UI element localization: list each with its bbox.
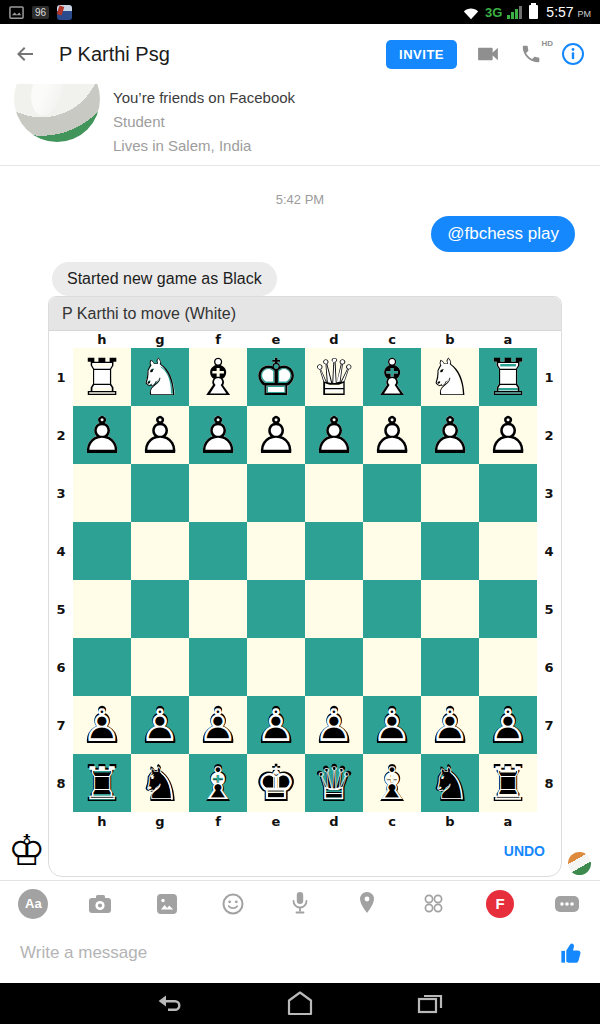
android-navbar	[0, 983, 600, 1024]
rank-label-6: 6	[537, 638, 561, 696]
text-style-button[interactable]: Aa	[18, 889, 48, 919]
square-a4	[479, 522, 537, 580]
square-a7: ♟♙	[479, 696, 537, 754]
rank-label-1: 1	[49, 348, 73, 406]
square-h3	[73, 464, 131, 522]
file-label-d: d	[305, 331, 363, 348]
info-icon[interactable]	[561, 42, 585, 66]
square-h7: ♟♙	[73, 696, 131, 754]
file-label-e: e	[247, 331, 305, 348]
square-c4	[363, 522, 421, 580]
rank-label-8: 8	[49, 754, 73, 812]
square-e8: ♚♔	[247, 754, 305, 812]
more-apps-icon[interactable]	[553, 893, 581, 915]
file-label-d: d	[305, 812, 363, 830]
contact-name[interactable]: P Karthi Psg	[59, 43, 170, 66]
rank-label-8: 8	[537, 754, 561, 812]
invite-button[interactable]: INVITE	[386, 40, 457, 69]
square-f8: ♝♗	[189, 754, 247, 812]
square-e4	[247, 522, 305, 580]
square-h8: ♜♖	[73, 754, 131, 812]
square-b4	[421, 522, 479, 580]
square-f2: ♟♙	[189, 406, 247, 464]
square-d1: ♛♕	[305, 348, 363, 406]
conversation-header: P Karthi Psg INVITE HD	[0, 24, 600, 84]
file-label-h: h	[73, 331, 131, 348]
undo-button[interactable]: UNDO	[504, 843, 545, 859]
square-f1: ♝♗	[189, 348, 247, 406]
game-card-footer: UNDO	[49, 830, 561, 876]
nav-recents-icon[interactable]	[414, 990, 446, 1016]
notification-badge: 96	[32, 6, 49, 19]
square-a8: ♜♖	[479, 754, 537, 812]
square-h1: ♜♖	[73, 348, 131, 406]
square-a2: ♟♙	[479, 406, 537, 464]
square-g8: ♞♘	[131, 754, 189, 812]
white-king-marker-icon: ♔	[8, 830, 46, 872]
message-composer: Write a message	[0, 926, 600, 983]
voice-call-icon[interactable]: HD	[520, 43, 542, 65]
square-c6	[363, 638, 421, 696]
square-f6	[189, 638, 247, 696]
rank-label-4: 4	[49, 522, 73, 580]
rank-label-3: 3	[49, 464, 73, 522]
file-label-f: f	[189, 331, 247, 348]
square-b3	[421, 464, 479, 522]
rank-label-7: 7	[49, 696, 73, 754]
chess-board: hgfedcba1♜♖♞♘♝♗♚♔♛♕♝♗♞♘♜♖12♟♙♟♙♟♙♟♙♟♙♟♙♟…	[49, 331, 561, 830]
square-a3	[479, 464, 537, 522]
file-label-b: b	[421, 331, 479, 348]
timestamp: 5:42 PM	[0, 192, 600, 207]
square-d7: ♟♙	[305, 696, 363, 754]
file-label-e: e	[247, 812, 305, 830]
location: Lives in Salem, India	[113, 134, 600, 158]
camera-icon[interactable]	[86, 891, 114, 917]
square-f4	[189, 522, 247, 580]
rank-label-5: 5	[49, 580, 73, 638]
app-notification-icon	[57, 5, 72, 20]
status-bar: 96 3G 5:57 PM	[0, 0, 600, 24]
rank-label-3: 3	[537, 464, 561, 522]
rank-label-6: 6	[49, 638, 73, 696]
file-label-f: f	[189, 812, 247, 830]
chess-game-card: P Karthi to move (White) hgfedcba1♜♖♞♘♝♗…	[48, 296, 562, 877]
screenshot-icon	[9, 5, 24, 20]
square-c8: ♝♗	[363, 754, 421, 812]
square-b6	[421, 638, 479, 696]
square-e5	[247, 580, 305, 638]
square-h6	[73, 638, 131, 696]
square-d4	[305, 522, 363, 580]
square-d5	[305, 580, 363, 638]
messenger-screen: 96 3G 5:57 PM P Karthi Psg INVITE HD	[0, 0, 600, 1024]
avatar[interactable]	[14, 84, 100, 142]
rank-label-7: 7	[537, 696, 561, 754]
file-label-c: c	[363, 812, 421, 830]
square-a6	[479, 638, 537, 696]
square-a1: ♜♖	[479, 348, 537, 406]
composer-toolbar: Aa F	[0, 880, 600, 926]
square-c1: ♝♗	[363, 348, 421, 406]
square-b8: ♞♘	[421, 754, 479, 812]
file-label-g: g	[131, 812, 189, 830]
file-label-a: a	[479, 331, 537, 348]
square-d6	[305, 638, 363, 696]
square-f5	[189, 580, 247, 638]
square-g4	[131, 522, 189, 580]
profile-summary: You’re friends on Facebook Student Lives…	[0, 84, 600, 166]
video-call-icon[interactable]	[476, 44, 501, 64]
square-h5	[73, 580, 131, 638]
incoming-message-bubble[interactable]: Started new game as Black	[52, 262, 277, 296]
file-label-c: c	[363, 331, 421, 348]
gallery-icon[interactable]	[154, 891, 180, 917]
square-h2: ♟♙	[73, 406, 131, 464]
signal-bars-icon	[507, 6, 522, 19]
emoji-icon[interactable]	[220, 891, 246, 917]
square-d3	[305, 464, 363, 522]
occupation: Student	[113, 110, 600, 134]
extension-flipboard-button[interactable]: F	[486, 890, 514, 918]
square-g5	[131, 580, 189, 638]
square-d2: ♟♙	[305, 406, 363, 464]
outgoing-message-bubble[interactable]: @fbchess play	[431, 216, 575, 252]
square-e2: ♟♙	[247, 406, 305, 464]
battery-icon	[529, 5, 538, 19]
square-h4	[73, 522, 131, 580]
message-input[interactable]: Write a message	[20, 943, 147, 963]
square-c7: ♟♙	[363, 696, 421, 754]
rank-label-1: 1	[537, 348, 561, 406]
square-g7: ♟♙	[131, 696, 189, 754]
microphone-icon[interactable]	[288, 890, 312, 917]
file-label-g: g	[131, 331, 189, 348]
square-g1: ♞♘	[131, 348, 189, 406]
square-d8: ♛♕	[305, 754, 363, 812]
file-label-a: a	[479, 812, 537, 830]
rank-label-2: 2	[537, 406, 561, 464]
square-f7: ♟♙	[189, 696, 247, 754]
friends-note: You’re friends on Facebook	[113, 86, 600, 110]
square-g6	[131, 638, 189, 696]
square-a5	[479, 580, 537, 638]
game-status-header: P Karthi to move (White)	[49, 297, 561, 331]
network-type-label: 3G	[485, 5, 502, 20]
square-b1: ♞♘	[421, 348, 479, 406]
location-icon[interactable]	[355, 890, 379, 917]
rank-label-5: 5	[537, 580, 561, 638]
square-b7: ♟♙	[421, 696, 479, 754]
file-label-h: h	[73, 812, 131, 830]
rank-label-2: 2	[49, 406, 73, 464]
wifi-icon	[462, 5, 480, 20]
square-e6	[247, 638, 305, 696]
thumbs-up-icon[interactable]	[556, 938, 586, 968]
nav-back-icon[interactable]	[155, 990, 185, 1016]
square-e3	[247, 464, 305, 522]
seen-avatar	[568, 852, 591, 875]
square-f3	[189, 464, 247, 522]
square-b5	[421, 580, 479, 638]
square-g2: ♟♙	[131, 406, 189, 464]
square-c2: ♟♙	[363, 406, 421, 464]
back-icon[interactable]	[13, 42, 37, 66]
square-c3	[363, 464, 421, 522]
rank-label-4: 4	[537, 522, 561, 580]
square-b2: ♟♙	[421, 406, 479, 464]
square-e1: ♚♔	[247, 348, 305, 406]
square-c5	[363, 580, 421, 638]
games-icon[interactable]	[420, 890, 447, 917]
square-g3	[131, 464, 189, 522]
file-label-b: b	[421, 812, 479, 830]
status-time: 5:57 PM	[546, 4, 591, 20]
message-list: 5:42 PM @fbchess play Started new game a…	[0, 166, 600, 880]
hd-label: HD	[541, 39, 553, 48]
square-e7: ♟♙	[247, 696, 305, 754]
nav-home-icon[interactable]	[284, 990, 316, 1016]
